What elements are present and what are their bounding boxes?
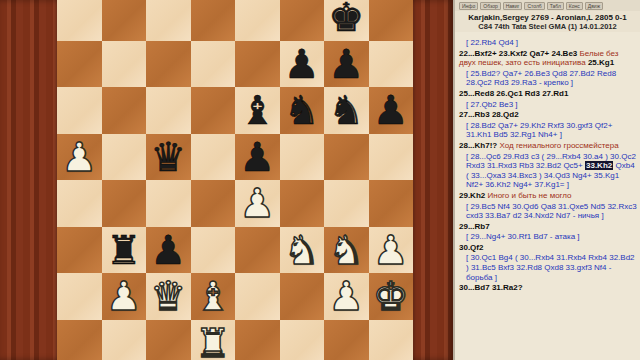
white-pawn[interactable]: ♟ — [57, 134, 102, 181]
square-b8[interactable] — [102, 0, 147, 41]
square-a5[interactable]: ♟ — [57, 134, 102, 181]
mainline-moves: 29.Kh2 Иного и быть не могло — [459, 191, 637, 201]
square-f1[interactable] — [280, 320, 325, 360]
variation-line: [ 28.Bd2 Qa7+ 29.Kh2 Rxf3 30.gxf3 Qf2+ 3… — [459, 121, 637, 140]
square-c6[interactable] — [146, 87, 191, 134]
white-pawn[interactable]: ♟ — [324, 273, 369, 320]
square-h3[interactable]: ♟ — [369, 227, 414, 274]
square-e3[interactable] — [235, 227, 280, 274]
move-text[interactable]: [ 29.Bc5 Nf4 30.Qd6 Qa8 31.Qxe5 Nd5 32.R… — [466, 202, 637, 221]
mainline-moves: 29...Rb7 — [459, 222, 637, 232]
move-text[interactable]: [ 28.Bd2 Qa7+ 29.Kh2 Rxf3 30.gxf3 Qf2+ 3… — [466, 121, 612, 140]
event-line: C84 74th Tata Steel GMA (1) 14.01.2012 — [457, 22, 638, 31]
toolbar-tab-1[interactable]: Обзор — [480, 2, 500, 10]
square-c2[interactable]: ♛ — [146, 273, 191, 320]
mainline-moves: 30...Bd7 31.Ra2? — [459, 283, 637, 293]
black-queen[interactable]: ♛ — [146, 134, 191, 181]
variation-line: [ 28...Qc6 29.Rd3 c3 ( 29...Rxb4 30.a4 )… — [459, 152, 637, 190]
move-text[interactable]: [ 27.Qb2 Be3 ] — [466, 100, 518, 109]
square-g1[interactable] — [324, 320, 369, 360]
square-f5[interactable] — [280, 134, 325, 181]
mainline-moves: 30.Qf2 — [459, 243, 637, 253]
square-f7[interactable]: ♟ — [280, 41, 325, 88]
move-text[interactable]: 22...Bxf2+ 23.Kxf2 Qa7+ 24.Be3 — [459, 49, 577, 58]
white-knight[interactable]: ♞ — [280, 227, 325, 274]
annotation-text: Ход гениального гроссмейстера — [499, 141, 618, 150]
square-b4[interactable] — [102, 180, 147, 227]
players-line: Karjakin,Sergey 2769 - Aronian,L 2805 0-… — [457, 13, 638, 22]
move-text[interactable]: 30...Bd7 31.Ra2? — [459, 283, 523, 292]
white-knight[interactable]: ♞ — [324, 227, 369, 274]
moves-list[interactable]: [ 22.Rb4 Qd4 ] 22...Bxf2+ 23.Kxf2 Qa7+ 2… — [455, 32, 640, 293]
square-g8[interactable]: ♚ — [324, 0, 369, 41]
move-text[interactable]: 29.Kh2 — [459, 191, 485, 200]
square-c3[interactable]: ♟ — [146, 227, 191, 274]
variation-line: [ 25.Bd2? Qa7+ 26.Be3 Qd8 27.Bd2 Red8 28… — [459, 69, 637, 88]
square-g4[interactable] — [324, 180, 369, 227]
toolbar-tab-5[interactable]: Конс — [566, 2, 583, 10]
toolbar-tab-2[interactable]: Навиг — [503, 2, 523, 10]
mainline-moves: 27...Rb3 28.Qd2 — [459, 110, 637, 120]
variation-line: [ 29.Bc5 Nf4 30.Qd6 Qa8 31.Qxe5 Nd5 32.R… — [459, 202, 637, 221]
square-a7[interactable] — [57, 41, 102, 88]
square-d3[interactable] — [191, 227, 236, 274]
square-a6[interactable] — [57, 87, 102, 134]
move-text[interactable]: 28...Kh7!? — [459, 141, 497, 150]
black-pawn[interactable]: ♟ — [146, 227, 191, 274]
square-h1[interactable] — [369, 320, 414, 360]
black-knight[interactable]: ♞ — [280, 87, 325, 134]
black-rook[interactable]: ♜ — [102, 227, 147, 274]
black-pawn[interactable]: ♟ — [369, 87, 414, 134]
square-e4[interactable]: ♟ — [235, 180, 280, 227]
white-pawn[interactable]: ♟ — [235, 180, 280, 227]
square-a4[interactable] — [57, 180, 102, 227]
move-text[interactable]: [ 25.Bd2? Qa7+ 26.Be3 Qd8 27.Bd2 Red8 28… — [466, 69, 616, 88]
square-f6[interactable]: ♞ — [280, 87, 325, 134]
move-text[interactable]: 27...Rb3 28.Qd2 — [459, 110, 519, 119]
white-pawn[interactable]: ♟ — [102, 273, 147, 320]
square-f8[interactable] — [280, 0, 325, 41]
toolbar-tab-4[interactable]: Табл — [547, 2, 564, 10]
square-c4[interactable] — [146, 180, 191, 227]
square-d1[interactable]: ♜ — [191, 320, 236, 360]
square-h4[interactable] — [369, 180, 414, 227]
square-d6[interactable] — [191, 87, 236, 134]
square-b6[interactable] — [102, 87, 147, 134]
black-pawn[interactable]: ♟ — [235, 134, 280, 181]
toolbar-tab-3[interactable]: Столб — [524, 2, 544, 10]
annotation-text: Иного и быть не могло — [487, 191, 571, 200]
square-b3[interactable]: ♜ — [102, 227, 147, 274]
square-c1[interactable] — [146, 320, 191, 360]
game-header: Karjakin,Sergey 2769 - Aronian,L 2805 0-… — [455, 11, 640, 32]
square-e1[interactable] — [235, 320, 280, 360]
square-e2[interactable] — [235, 273, 280, 320]
white-pawn[interactable]: ♟ — [369, 227, 414, 274]
variation-line: [ 22.Rb4 Qd4 ] — [459, 38, 637, 48]
square-a2[interactable] — [57, 273, 102, 320]
square-e7[interactable] — [235, 41, 280, 88]
square-e8[interactable] — [235, 0, 280, 41]
move-text[interactable]: 29...Rb7 — [459, 222, 490, 231]
toolbar-tab-6[interactable]: Движ — [585, 2, 603, 10]
variation-line: [ 30.Qc1 Bg4 ( 30...Rxb4 31.Rxb4 Rxb4 32… — [459, 253, 637, 282]
square-h8[interactable] — [369, 0, 414, 41]
move-text[interactable]: [ 30.Qc1 Bg4 ( 30...Rxb4 31.Rxb4 Rxb4 32… — [466, 253, 635, 281]
square-d4[interactable] — [191, 180, 236, 227]
square-h5[interactable] — [369, 134, 414, 181]
mainline-moves: 22...Bxf2+ 23.Kxf2 Qa7+ 24.Be3 Белые без… — [459, 49, 637, 68]
square-f2[interactable] — [280, 273, 325, 320]
square-h7[interactable] — [369, 41, 414, 88]
square-a3[interactable] — [57, 227, 102, 274]
black-pawn[interactable]: ♟ — [324, 41, 369, 88]
square-h6[interactable]: ♟ — [369, 87, 414, 134]
square-d7[interactable] — [191, 41, 236, 88]
square-c5[interactable]: ♛ — [146, 134, 191, 181]
move-text[interactable]: 25.Kg1 — [588, 58, 614, 67]
square-e5[interactable]: ♟ — [235, 134, 280, 181]
mainline-moves: 28...Kh7!? Ход гениального гроссмейстера — [459, 141, 637, 151]
square-g2[interactable]: ♟ — [324, 273, 369, 320]
toolbar-tab-0[interactable]: Инфо — [459, 2, 478, 10]
square-d8[interactable] — [191, 0, 236, 41]
black-pawn[interactable]: ♟ — [280, 41, 325, 88]
square-d5[interactable] — [191, 134, 236, 181]
square-b1[interactable] — [102, 320, 147, 360]
square-f4[interactable] — [280, 180, 325, 227]
square-g5[interactable] — [324, 134, 369, 181]
white-queen[interactable]: ♛ — [146, 273, 191, 320]
square-b7[interactable] — [102, 41, 147, 88]
notation-panel: ИнфоОбзорНавигСтолбТаблКонсДвиж Karjakin… — [453, 0, 640, 360]
move-text[interactable]: 30.Qf2 — [459, 243, 483, 252]
square-a8[interactable] — [57, 0, 102, 41]
black-king[interactable]: ♚ — [324, 0, 369, 41]
current-move-highlight[interactable]: 33.Kh2 — [585, 161, 613, 170]
chess-board[interactable]: ♚♟♟♝♞♞♟♟♛♟♟♜♟♞♞♟♟♛♝♟♚♜ — [57, 0, 413, 360]
square-b2[interactable]: ♟ — [102, 273, 147, 320]
square-g7[interactable]: ♟ — [324, 41, 369, 88]
square-a1[interactable] — [57, 320, 102, 360]
square-h2[interactable]: ♚ — [369, 273, 414, 320]
black-knight[interactable]: ♞ — [324, 87, 369, 134]
square-g6[interactable]: ♞ — [324, 87, 369, 134]
square-g3[interactable]: ♞ — [324, 227, 369, 274]
black-bishop[interactable]: ♝ — [235, 87, 280, 134]
square-c8[interactable] — [146, 0, 191, 41]
move-text[interactable]: [ 22.Rb4 Qd4 ] — [466, 38, 518, 47]
white-king[interactable]: ♚ — [369, 273, 414, 320]
variation-line: [ 27.Qb2 Be3 ] — [459, 100, 637, 110]
square-d2[interactable]: ♝ — [191, 273, 236, 320]
move-text[interactable]: [ 29...Ng4+ 30.Rf1 Bd7 - атака ] — [466, 232, 580, 241]
variation-line: [ 29...Ng4+ 30.Rf1 Bd7 - атака ] — [459, 232, 637, 242]
square-b5[interactable] — [102, 134, 147, 181]
square-c7[interactable] — [146, 41, 191, 88]
white-rook[interactable]: ♜ — [191, 320, 236, 360]
mainline-moves: 25...Red8 26.Qc1 Rd3 27.Rd1 — [459, 89, 637, 99]
notation-toolbar[interactable]: ИнфоОбзорНавигСтолбТаблКонсДвиж — [455, 0, 640, 11]
square-e6[interactable]: ♝ — [235, 87, 280, 134]
square-f3[interactable]: ♞ — [280, 227, 325, 274]
white-bishop[interactable]: ♝ — [191, 273, 236, 320]
move-text[interactable]: 25...Red8 26.Qc1 Rd3 27.Rd1 — [459, 89, 568, 98]
